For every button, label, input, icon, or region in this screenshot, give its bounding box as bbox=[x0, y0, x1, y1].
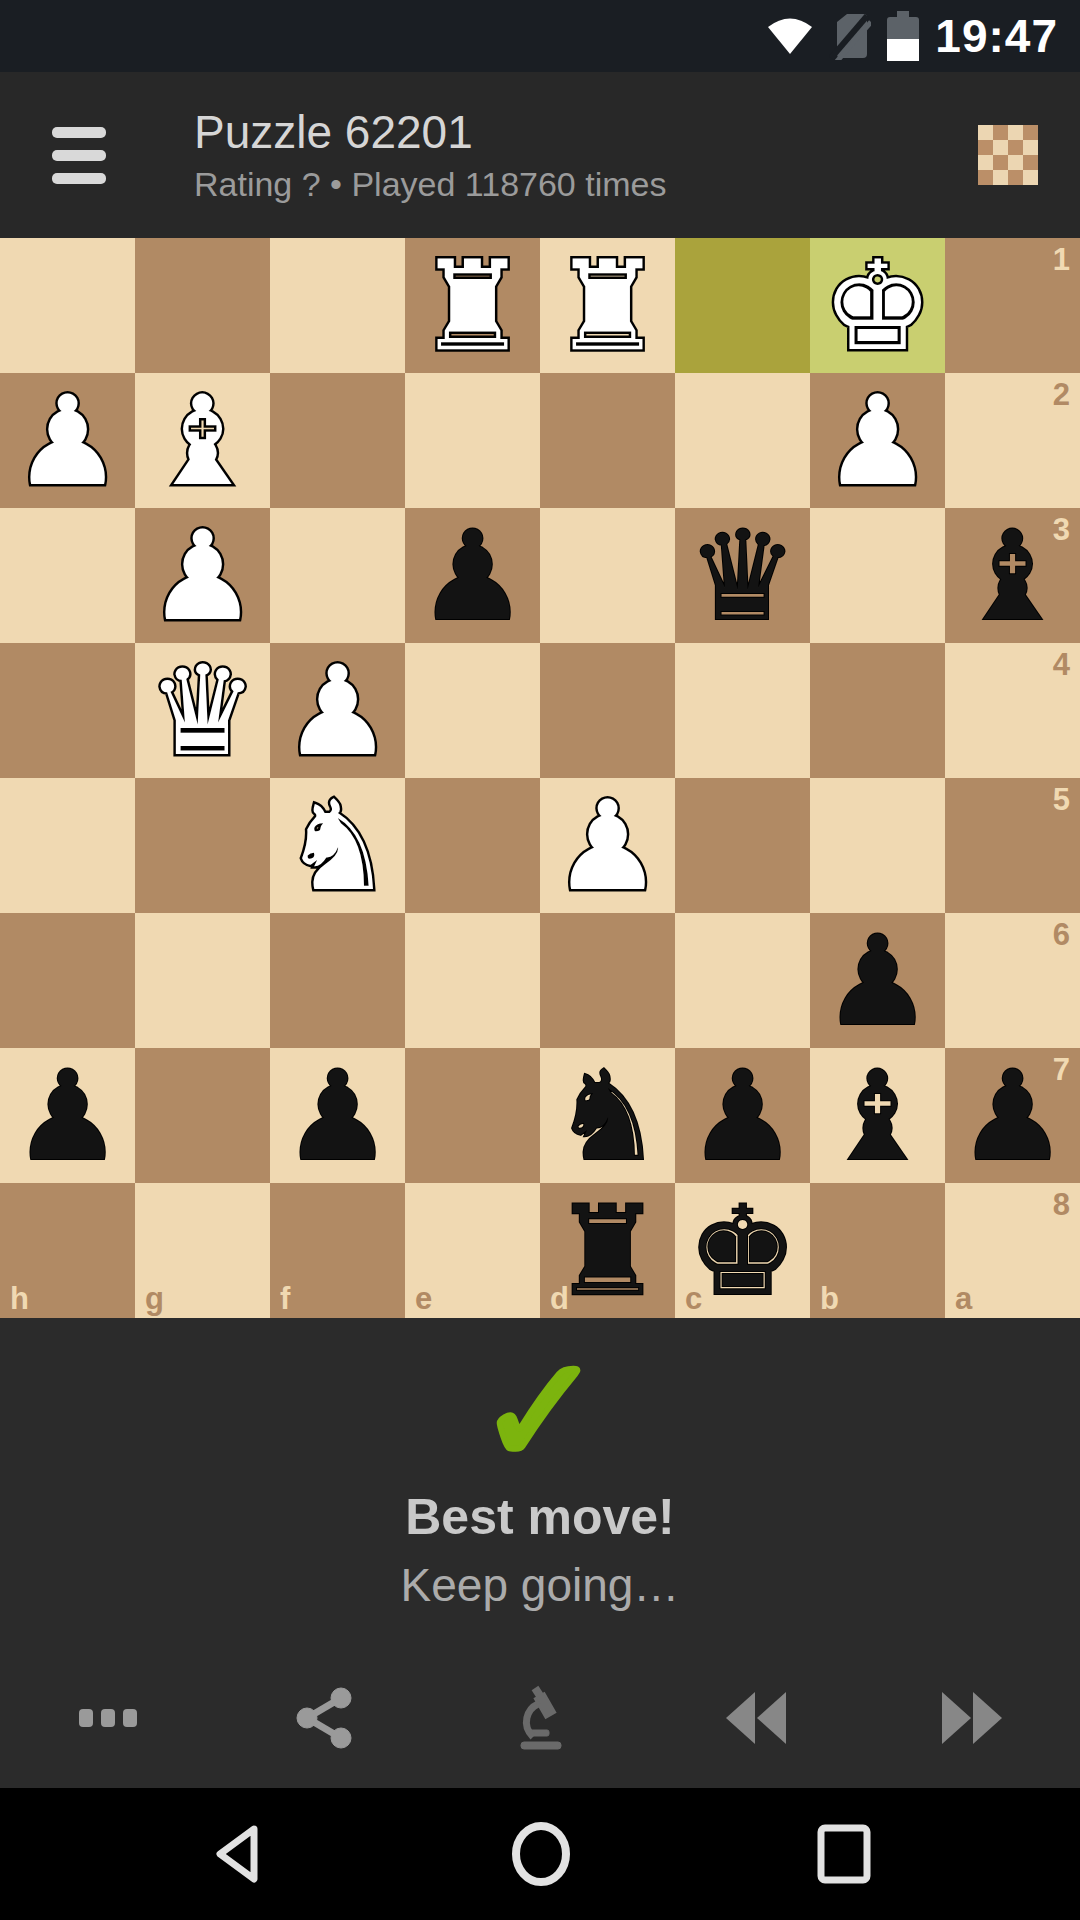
square-f7[interactable]: ♟ bbox=[270, 1048, 405, 1183]
fast-forward-icon bbox=[938, 1689, 1006, 1747]
no-sim-icon bbox=[829, 12, 871, 60]
file-label-g: g bbox=[145, 1283, 164, 1314]
square-b3[interactable] bbox=[810, 508, 945, 643]
mini-board-icon[interactable] bbox=[978, 125, 1038, 185]
status-bar: 19:47 bbox=[0, 0, 1080, 72]
feedback-subtitle: Keep going… bbox=[0, 1558, 1080, 1612]
bottom-toolbar bbox=[0, 1648, 1080, 1788]
black-queen[interactable]: ♛ bbox=[687, 514, 798, 638]
square-f5[interactable]: ♞ bbox=[270, 778, 405, 913]
file-label-f: f bbox=[280, 1283, 290, 1314]
black-pawn[interactable]: ♟ bbox=[12, 1054, 123, 1178]
square-g5[interactable] bbox=[135, 778, 270, 913]
square-e7[interactable] bbox=[405, 1048, 540, 1183]
recents-icon bbox=[816, 1823, 872, 1885]
square-g3[interactable]: ♟ bbox=[135, 508, 270, 643]
back-icon bbox=[208, 1822, 266, 1886]
chess-board: ♜♜♚♟♝♟♟♟♛♝♛♟♞♟♟♟♟♞♟♝♟♜♚12345678hgfedcba bbox=[0, 238, 1080, 1318]
black-pawn[interactable]: ♟ bbox=[417, 514, 528, 638]
white-king[interactable]: ♚ bbox=[822, 244, 933, 368]
file-label-h: h bbox=[10, 1283, 29, 1314]
square-f6[interactable] bbox=[270, 913, 405, 1048]
white-queen[interactable]: ♛ bbox=[147, 649, 258, 773]
square-b5[interactable] bbox=[810, 778, 945, 913]
more-button[interactable] bbox=[0, 1648, 216, 1788]
wifi-icon bbox=[767, 17, 813, 55]
square-f3[interactable] bbox=[270, 508, 405, 643]
white-bishop[interactable]: ♝ bbox=[147, 379, 258, 503]
black-king[interactable]: ♚ bbox=[687, 1189, 798, 1313]
ellipsis-icon bbox=[79, 1709, 137, 1727]
home-icon bbox=[510, 1821, 572, 1887]
square-c4[interactable] bbox=[675, 643, 810, 778]
square-d4[interactable] bbox=[540, 643, 675, 778]
square-e2[interactable] bbox=[405, 373, 540, 508]
square-e6[interactable] bbox=[405, 913, 540, 1048]
square-g1[interactable] bbox=[135, 238, 270, 373]
square-h3[interactable] bbox=[0, 508, 135, 643]
square-c6[interactable] bbox=[675, 913, 810, 1048]
square-b7[interactable]: ♝ bbox=[810, 1048, 945, 1183]
rank-label-6: 6 bbox=[1053, 919, 1070, 950]
square-g7[interactable] bbox=[135, 1048, 270, 1183]
black-pawn[interactable]: ♟ bbox=[822, 919, 933, 1043]
file-label-c: c bbox=[685, 1283, 702, 1314]
square-d2[interactable] bbox=[540, 373, 675, 508]
rank-label-4: 4 bbox=[1053, 649, 1070, 680]
square-c7[interactable]: ♟ bbox=[675, 1048, 810, 1183]
file-label-a: a bbox=[955, 1283, 972, 1314]
square-d1[interactable]: ♜ bbox=[540, 238, 675, 373]
nav-home-button[interactable] bbox=[510, 1821, 572, 1887]
square-e5[interactable] bbox=[405, 778, 540, 913]
square-d3[interactable] bbox=[540, 508, 675, 643]
header-text: Puzzle 62201 Rating ? • Played 118760 ti… bbox=[194, 106, 666, 204]
white-pawn[interactable]: ♟ bbox=[147, 514, 258, 638]
checkmark-icon: ✓ bbox=[0, 1318, 1080, 1486]
file-label-d: d bbox=[550, 1283, 569, 1314]
square-h4[interactable] bbox=[0, 643, 135, 778]
file-label-e: e bbox=[415, 1283, 432, 1314]
square-d5[interactable]: ♟ bbox=[540, 778, 675, 913]
square-c2[interactable] bbox=[675, 373, 810, 508]
white-pawn[interactable]: ♟ bbox=[282, 649, 393, 773]
feedback-panel: ✓ Best move! Keep going… bbox=[0, 1318, 1080, 1788]
rank-label-5: 5 bbox=[1053, 784, 1070, 815]
rank-label-7: 7 bbox=[1053, 1054, 1070, 1085]
square-b2[interactable]: ♟ bbox=[810, 373, 945, 508]
square-c1[interactable] bbox=[675, 238, 810, 373]
app-header: Puzzle 62201 Rating ? • Played 118760 ti… bbox=[0, 72, 1080, 238]
white-pawn[interactable]: ♟ bbox=[822, 379, 933, 503]
square-b1[interactable]: ♚ bbox=[810, 238, 945, 373]
square-f4[interactable]: ♟ bbox=[270, 643, 405, 778]
android-navbar bbox=[0, 1788, 1080, 1920]
status-clock: 19:47 bbox=[935, 9, 1058, 63]
square-f2[interactable] bbox=[270, 373, 405, 508]
square-g6[interactable] bbox=[135, 913, 270, 1048]
nav-recents-button[interactable] bbox=[816, 1823, 872, 1885]
rewind-icon bbox=[722, 1689, 790, 1747]
page-title: Puzzle 62201 bbox=[194, 106, 666, 159]
file-label-b: b bbox=[820, 1283, 839, 1314]
square-e3[interactable]: ♟ bbox=[405, 508, 540, 643]
black-pawn[interactable]: ♟ bbox=[687, 1054, 798, 1178]
square-c5[interactable] bbox=[675, 778, 810, 913]
battery-icon bbox=[887, 11, 919, 61]
black-pawn[interactable]: ♟ bbox=[957, 1054, 1068, 1178]
menu-button[interactable] bbox=[52, 127, 106, 184]
black-bishop[interactable]: ♝ bbox=[957, 514, 1068, 638]
square-d7[interactable]: ♞ bbox=[540, 1048, 675, 1183]
square-e1[interactable]: ♜ bbox=[405, 238, 540, 373]
square-b6[interactable]: ♟ bbox=[810, 913, 945, 1048]
white-rook[interactable]: ♜ bbox=[417, 244, 528, 368]
square-h2[interactable]: ♟ bbox=[0, 373, 135, 508]
analyze-button[interactable] bbox=[432, 1648, 648, 1788]
forward-button[interactable] bbox=[864, 1648, 1080, 1788]
rank-label-2: 2 bbox=[1053, 379, 1070, 410]
white-rook[interactable]: ♜ bbox=[552, 244, 663, 368]
menu-bar bbox=[52, 127, 106, 138]
share-icon bbox=[293, 1687, 355, 1749]
share-button[interactable] bbox=[216, 1648, 432, 1788]
nav-back-button[interactable] bbox=[208, 1822, 266, 1886]
page-subtitle: Rating ? • Played 118760 times bbox=[194, 165, 666, 204]
rank-label-1: 1 bbox=[1053, 244, 1070, 275]
black-knight[interactable]: ♞ bbox=[552, 1054, 663, 1178]
square-g2[interactable]: ♝ bbox=[135, 373, 270, 508]
rewind-button[interactable] bbox=[648, 1648, 864, 1788]
square-h1[interactable] bbox=[0, 238, 135, 373]
square-e4[interactable] bbox=[405, 643, 540, 778]
black-bishop[interactable]: ♝ bbox=[822, 1054, 933, 1178]
square-c3[interactable]: ♛ bbox=[675, 508, 810, 643]
white-pawn[interactable]: ♟ bbox=[552, 784, 663, 908]
white-knight[interactable]: ♞ bbox=[282, 784, 393, 908]
square-h5[interactable] bbox=[0, 778, 135, 913]
rank-label-8: 8 bbox=[1053, 1189, 1070, 1220]
menu-bar bbox=[52, 173, 106, 184]
square-b4[interactable] bbox=[810, 643, 945, 778]
square-f1[interactable] bbox=[270, 238, 405, 373]
white-pawn[interactable]: ♟ bbox=[12, 379, 123, 503]
rank-label-3: 3 bbox=[1053, 514, 1070, 545]
menu-bar bbox=[52, 150, 106, 161]
black-pawn[interactable]: ♟ bbox=[282, 1054, 393, 1178]
square-h7[interactable]: ♟ bbox=[0, 1048, 135, 1183]
feedback-title: Best move! bbox=[0, 1488, 1080, 1546]
square-d6[interactable] bbox=[540, 913, 675, 1048]
square-g4[interactable]: ♛ bbox=[135, 643, 270, 778]
square-h6[interactable] bbox=[0, 913, 135, 1048]
microscope-icon bbox=[507, 1685, 573, 1751]
